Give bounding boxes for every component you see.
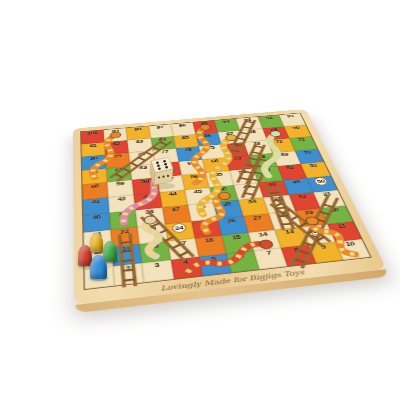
square-number: 86 — [203, 133, 211, 139]
pawn-yellow[interactable] — [90, 233, 103, 252]
board-grid: 1009998979695949392918182838485868788899… — [81, 113, 370, 289]
square-number: 57 — [165, 176, 174, 183]
square-number: 48 — [267, 181, 277, 188]
square-number: 100 — [87, 130, 98, 136]
square-number: 67 — [234, 156, 243, 162]
square-number: 89 — [269, 127, 278, 132]
square-number: 49 — [291, 179, 301, 186]
square-number: 99 — [111, 129, 119, 134]
square-number: 60 — [91, 183, 99, 190]
square-number: 73 — [252, 141, 261, 147]
square-number: 70 — [302, 149, 312, 155]
square-number: 18 — [149, 242, 159, 250]
square-number: 64 — [163, 162, 172, 168]
square-number: 75 — [207, 145, 216, 151]
square-number: 14 — [258, 231, 269, 239]
square-number: 26 — [226, 217, 236, 225]
square-number: 88 — [248, 129, 257, 134]
square-number: 85 — [181, 135, 189, 141]
square-number: 63 — [139, 164, 147, 170]
square-number: 35 — [222, 201, 232, 208]
square-number: 79 — [114, 153, 122, 159]
square-number: 96 — [178, 123, 186, 128]
square-number: 68 — [257, 154, 266, 160]
square-number: 91 — [286, 114, 295, 119]
square-number: 83 — [135, 139, 143, 145]
snakes-and-ladders-board: 1009998979695949392918182838485868788899… — [73, 109, 387, 305]
square-number: 19 — [122, 245, 131, 253]
square-number: 44 — [168, 191, 177, 198]
square-number: 37 — [171, 206, 180, 213]
square-number: 24 — [171, 223, 186, 233]
board-square-2: 2 — [113, 263, 144, 286]
square-number: 93 — [243, 117, 251, 122]
square-number: 97 — [156, 125, 164, 130]
square-number: 17 — [177, 239, 187, 247]
square-number: 10 — [344, 240, 356, 248]
square-number: 27 — [252, 214, 262, 222]
square-number: 29 — [303, 209, 314, 216]
square-number: 2 — [125, 264, 130, 272]
square-number: 62 — [115, 167, 123, 173]
square-number: 45 — [193, 188, 202, 195]
square-number: 65 — [187, 160, 196, 166]
board-square-3: 3 — [142, 260, 174, 283]
square-number: 47 — [242, 183, 252, 190]
square-number: 32 — [297, 193, 307, 200]
square-number: 7 — [265, 249, 272, 257]
square-number: 3 — [154, 261, 160, 269]
square-number: 77 — [160, 149, 168, 155]
product-photo-scene: 1009998979695949392918182838485868788899… — [0, 0, 400, 400]
pawn-green[interactable] — [103, 241, 117, 262]
square-number: 22 — [120, 228, 129, 236]
square-number: 52 — [285, 165, 295, 171]
square-number: 42 — [117, 195, 126, 202]
square-number: 82 — [112, 141, 120, 147]
square-number: 16 — [204, 236, 214, 244]
square-number: 13 — [284, 228, 295, 236]
square-number: 51 — [308, 163, 318, 169]
square-number: 40 — [92, 214, 101, 222]
square-number: 6 — [238, 252, 244, 260]
square-number: 34 — [247, 198, 257, 205]
square-number: 12 — [308, 226, 325, 237]
square-number: 61 — [90, 169, 98, 175]
board-square-4: 4 — [170, 256, 202, 279]
square-number: 90 — [291, 125, 300, 130]
square-number: 92 — [265, 116, 274, 121]
square-number: 33 — [272, 196, 282, 203]
square-number: 41 — [92, 198, 100, 205]
square-number: 23 — [147, 225, 156, 233]
square-number: 58 — [141, 178, 150, 185]
square-number: 4 — [182, 258, 188, 266]
square-number: 74 — [229, 143, 238, 149]
square-number: 8 — [293, 246, 300, 254]
pawn-blue[interactable] — [90, 255, 107, 279]
square-number: 28 — [278, 211, 289, 218]
square-number: 66 — [210, 158, 219, 164]
square-number: 69 — [280, 152, 289, 158]
square-number: 71 — [297, 137, 306, 143]
square-number: 39 — [119, 211, 128, 218]
square-number: 31 — [322, 191, 333, 198]
square-number: 78 — [137, 151, 145, 157]
square-number: 54 — [238, 169, 247, 175]
square-number: 9 — [320, 243, 327, 251]
square-number: 56 — [190, 174, 199, 181]
square-number: 76 — [184, 147, 192, 153]
square-number: 46 — [218, 186, 227, 193]
square-number: 11 — [336, 223, 347, 231]
square-number: 30 — [329, 206, 340, 213]
square-number: 59 — [116, 181, 124, 188]
square-number: 80 — [90, 155, 98, 161]
square-number: 81 — [89, 143, 97, 149]
square-number: 15 — [231, 234, 241, 242]
square-number: 5 — [210, 255, 216, 263]
square-number: 98 — [134, 127, 142, 132]
square-number: 38 — [145, 208, 154, 215]
square-number: 53 — [262, 167, 272, 173]
square-number: 87 — [226, 131, 235, 137]
square-number: 95 — [200, 121, 208, 126]
square-number: 55 — [214, 171, 223, 177]
square-number: 43 — [143, 193, 152, 200]
square-number: 50 — [313, 177, 329, 186]
square-number: 25 — [200, 219, 210, 227]
square-number: 94 — [222, 119, 230, 124]
square-number: 84 — [158, 137, 166, 143]
square-number: 72 — [274, 139, 283, 145]
square-number: 36 — [196, 203, 206, 210]
